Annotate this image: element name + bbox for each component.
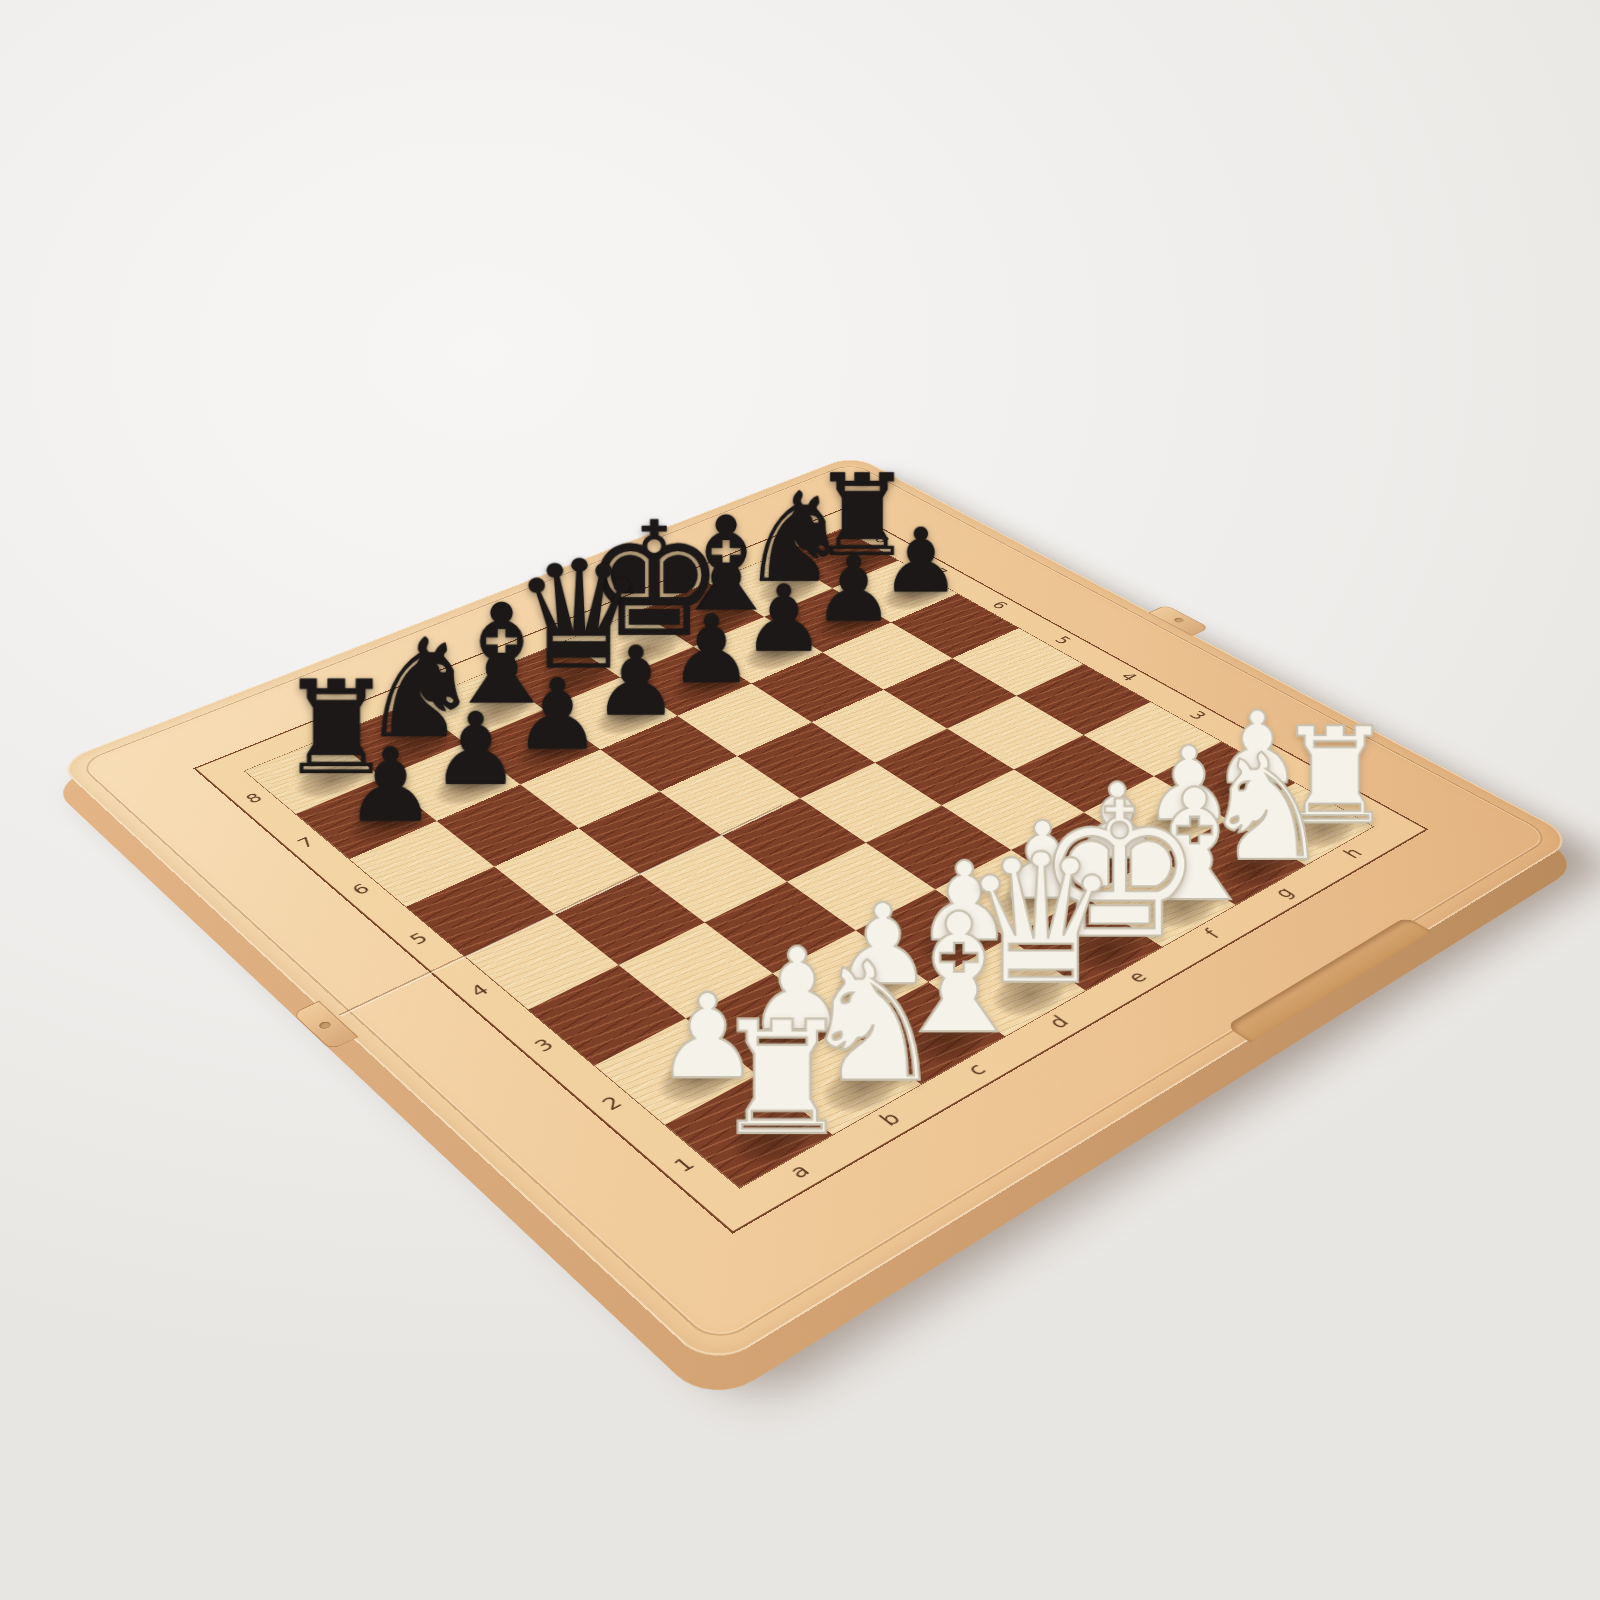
hinge-pin-icon <box>1173 617 1186 623</box>
rank-label-right-5: 5 <box>1051 635 1073 646</box>
file-label-a: a <box>786 1161 814 1181</box>
rank-label-left-2: 2 <box>599 1094 626 1113</box>
rank-label-left-6: 6 <box>350 882 374 897</box>
black-pawn-icon: ♟ <box>345 735 437 837</box>
square-h4 <box>1016 664 1150 735</box>
white-rook-icon: ♜ <box>712 1000 852 1157</box>
rank-label-left-3: 3 <box>531 1037 557 1055</box>
folding-chessboard-case: ♜♞♝♛♚♝♞♜♟♟♟♟♟♟♟♟♟♟♟♟♟♟♟♟♜♞♝♛♚♝♞♜ abcdefg… <box>55 455 1577 1370</box>
rank-label-left-1: 1 <box>671 1155 699 1175</box>
rank-label-left-8: 8 <box>243 792 265 806</box>
rank-label-right-4: 4 <box>1117 671 1140 683</box>
square-d5 <box>660 756 800 835</box>
studio-backdrop: ♜♞♝♛♚♝♞♜♟♟♟♟♟♟♟♟♟♟♟♟♟♟♟♟♜♞♝♛♚♝♞♜ abcdefg… <box>0 0 1600 1600</box>
rank-label-left-5: 5 <box>407 931 432 947</box>
white-rook: ♜ <box>680 1000 885 1157</box>
rank-label-left-7: 7 <box>295 836 318 851</box>
rank-label-left-4: 4 <box>467 982 493 999</box>
hinge-pin-icon <box>317 1020 333 1030</box>
black-pawn: ♟ <box>304 735 478 837</box>
